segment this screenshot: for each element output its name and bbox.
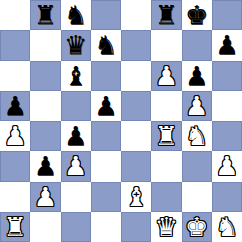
square-f2[interactable]	[151, 182, 181, 212]
black-pawn-d5-piece[interactable]: ♟	[94, 91, 117, 121]
square-b4[interactable]	[30, 121, 60, 151]
square-a7[interactable]	[0, 30, 30, 60]
square-g6[interactable]: ♟	[182, 61, 212, 91]
white-queen-f1-piece[interactable]: ♛	[155, 212, 178, 242]
square-e1[interactable]	[121, 212, 151, 242]
black-knight-d7-piece[interactable]: ♞	[94, 30, 117, 60]
square-g4[interactable]: ♞	[182, 121, 212, 151]
square-c4[interactable]: ♟	[61, 121, 91, 151]
square-d6[interactable]	[91, 61, 121, 91]
black-king-g8-piece[interactable]: ♚	[185, 0, 208, 30]
white-pawn-c3-piece[interactable]: ♟	[64, 151, 87, 181]
square-b8[interactable]: ♜	[30, 0, 60, 30]
square-g8[interactable]: ♚	[182, 0, 212, 30]
square-a3[interactable]	[0, 151, 30, 181]
square-e5[interactable]	[121, 91, 151, 121]
square-a2[interactable]	[0, 182, 30, 212]
square-d3[interactable]	[91, 151, 121, 181]
square-h5[interactable]	[212, 91, 242, 121]
square-f6[interactable]: ♟	[151, 61, 181, 91]
square-h7[interactable]: ♟	[212, 30, 242, 60]
square-a6[interactable]	[0, 61, 30, 91]
square-d7[interactable]: ♞	[91, 30, 121, 60]
black-pawn-c4-piece[interactable]: ♟	[64, 121, 87, 151]
square-d2[interactable]	[91, 182, 121, 212]
square-e6[interactable]	[121, 61, 151, 91]
black-pawn-b3-piece[interactable]: ♟	[34, 151, 57, 181]
square-f4[interactable]: ♜	[151, 121, 181, 151]
square-c1[interactable]	[61, 212, 91, 242]
square-c2[interactable]	[61, 182, 91, 212]
square-d1[interactable]	[91, 212, 121, 242]
black-pawn-g6-piece[interactable]: ♟	[185, 61, 208, 91]
white-rook-f4-piece[interactable]: ♜	[155, 121, 178, 151]
square-d4[interactable]	[91, 121, 121, 151]
square-g7[interactable]	[182, 30, 212, 60]
square-g1[interactable]: ♚	[182, 212, 212, 242]
square-c7[interactable]: ♛	[61, 30, 91, 60]
square-e7[interactable]	[121, 30, 151, 60]
square-g2[interactable]	[182, 182, 212, 212]
square-a4[interactable]: ♟	[0, 121, 30, 151]
square-b3[interactable]: ♟	[30, 151, 60, 181]
square-d5[interactable]: ♟	[91, 91, 121, 121]
square-c3[interactable]: ♟	[61, 151, 91, 181]
square-h2[interactable]	[212, 182, 242, 212]
square-h4[interactable]	[212, 121, 242, 151]
square-e4[interactable]	[121, 121, 151, 151]
square-g3[interactable]	[182, 151, 212, 181]
white-king-g1-piece[interactable]: ♚	[185, 212, 208, 242]
square-e2[interactable]: ♝	[121, 182, 151, 212]
black-knight-c8-piece[interactable]: ♞	[64, 0, 87, 30]
square-c6[interactable]: ♝	[61, 61, 91, 91]
square-f1[interactable]: ♛	[151, 212, 181, 242]
square-e8[interactable]	[121, 0, 151, 30]
square-h8[interactable]	[212, 0, 242, 30]
square-d8[interactable]	[91, 0, 121, 30]
square-b2[interactable]: ♟	[30, 182, 60, 212]
white-knight-g4-piece[interactable]: ♞	[185, 121, 208, 151]
square-b1[interactable]	[30, 212, 60, 242]
square-f7[interactable]	[151, 30, 181, 60]
square-c8[interactable]: ♞	[61, 0, 91, 30]
square-e3[interactable]	[121, 151, 151, 181]
square-h3[interactable]: ♟	[212, 151, 242, 181]
white-pawn-f6-piece[interactable]: ♟	[155, 61, 178, 91]
square-a5[interactable]: ♟	[0, 91, 30, 121]
square-a1[interactable]: ♜	[0, 212, 30, 242]
square-b7[interactable]	[30, 30, 60, 60]
white-pawn-b2-piece[interactable]: ♟	[34, 182, 57, 212]
square-f8[interactable]: ♜	[151, 0, 181, 30]
black-pawn-h7-piece[interactable]: ♟	[215, 30, 238, 60]
black-bishop-c6-piece[interactable]: ♝	[64, 61, 87, 91]
white-pawn-a4-piece[interactable]: ♟	[3, 121, 26, 151]
white-pawn-h3-piece[interactable]: ♟	[215, 151, 238, 181]
black-rook-b8-piece[interactable]: ♜	[34, 0, 57, 30]
square-f3[interactable]	[151, 151, 181, 181]
white-knight-h1-piece[interactable]: ♞	[215, 212, 238, 242]
square-h1[interactable]: ♞	[212, 212, 242, 242]
square-g5[interactable]: ♟	[182, 91, 212, 121]
white-pawn-g5-piece[interactable]: ♟	[185, 91, 208, 121]
chess-board: ♜♞♜♚♛♞♟♝♟♟♟♟♟♟♟♜♞♟♟♟♟♝♜♛♚♞	[0, 0, 242, 242]
square-h6[interactable]	[212, 61, 242, 91]
black-pawn-a5-piece[interactable]: ♟	[3, 91, 26, 121]
white-bishop-e2-piece[interactable]: ♝	[124, 182, 147, 212]
square-a8[interactable]	[0, 0, 30, 30]
square-b5[interactable]	[30, 91, 60, 121]
black-queen-c7-piece[interactable]: ♛	[64, 30, 87, 60]
square-c5[interactable]	[61, 91, 91, 121]
black-rook-f8-piece[interactable]: ♜	[155, 0, 178, 30]
white-rook-a1-piece[interactable]: ♜	[3, 212, 26, 242]
square-f5[interactable]	[151, 91, 181, 121]
square-b6[interactable]	[30, 61, 60, 91]
